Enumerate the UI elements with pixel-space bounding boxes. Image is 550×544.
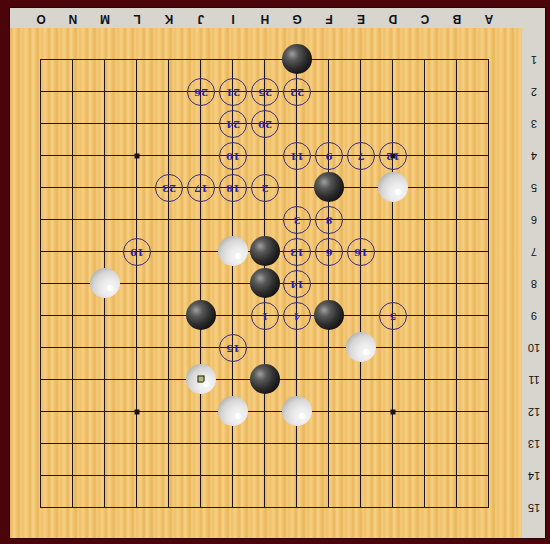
move-circle-7-E4[interactable]: 7 — [347, 142, 375, 170]
column-label-B: B — [453, 12, 462, 26]
black-stone-F5[interactable] — [314, 172, 344, 202]
black-stone-H11[interactable] — [250, 364, 280, 394]
grid-line-horizontal — [40, 59, 489, 60]
row-label-8: 8 — [531, 278, 537, 290]
row-label-13: 13 — [528, 438, 540, 450]
move-circle-4-G9[interactable]: 4 — [283, 302, 311, 330]
move-circle-6-F7[interactable]: 6 — [315, 238, 343, 266]
white-stone-I12[interactable] — [218, 396, 248, 426]
column-label-A: A — [485, 12, 494, 26]
move-circle-23-K5[interactable]: 23 — [155, 174, 183, 202]
last-move-square-marker — [198, 376, 205, 383]
move-circle-8-F6[interactable]: 8 — [315, 206, 343, 234]
move-circle-5-D9[interactable]: 5 — [379, 302, 407, 330]
move-circle-16-E7[interactable]: 16 — [347, 238, 375, 266]
column-label-M: M — [100, 12, 110, 26]
move-circle-15-I10[interactable]: 15 — [219, 334, 247, 362]
move-circle-22-G2[interactable]: 22 — [283, 78, 311, 106]
grid-line-vertical — [72, 59, 73, 508]
black-stone-H8[interactable] — [250, 268, 280, 298]
move-circle-24-I3[interactable]: 24 — [219, 110, 247, 138]
grid-line-horizontal — [40, 155, 489, 156]
column-label-E: E — [357, 12, 365, 26]
move-circle-1-H9[interactable]: 1 — [251, 302, 279, 330]
white-stone-G12[interactable] — [282, 396, 312, 426]
column-label-F: F — [325, 12, 332, 26]
move-circle-19-L7[interactable]: 19 — [123, 238, 151, 266]
white-stone-I7[interactable] — [218, 236, 248, 266]
row-label-11: 11 — [528, 374, 539, 386]
move-circle-13-G7[interactable]: 13 — [283, 238, 311, 266]
grid-line-vertical — [168, 59, 169, 508]
board-client: 1234567891011121314151617181920212223242… — [10, 8, 545, 538]
black-stone-F9[interactable] — [314, 300, 344, 330]
row-label-3: 3 — [531, 118, 537, 130]
white-stone-D5[interactable] — [378, 172, 408, 202]
white-stone-E10[interactable] — [346, 332, 376, 362]
move-circle-18-I5[interactable]: 18 — [219, 174, 247, 202]
column-label-I: I — [231, 12, 234, 26]
screenshot-stage: 1234567891011121314151617181920212223242… — [0, 0, 550, 544]
move-circle-26-J2[interactable]: 26 — [187, 78, 215, 106]
column-label-J: J — [198, 12, 205, 26]
white-stone-J11[interactable] — [186, 364, 216, 394]
column-label-G: G — [292, 12, 301, 26]
move-circle-10-I4[interactable]: 10 — [219, 142, 247, 170]
row-label-6: 6 — [531, 214, 537, 226]
move-circle-17-J5[interactable]: 17 — [187, 174, 215, 202]
row-label-2: 2 — [531, 86, 537, 98]
black-stone-J9[interactable] — [186, 300, 216, 330]
grid-line-vertical — [136, 59, 137, 508]
row-label-12: 12 — [528, 406, 540, 418]
move-circle-2-H5[interactable]: 2 — [251, 174, 279, 202]
goban-board: 1234567891011121314151617181920212223242… — [10, 28, 522, 538]
column-label-H: H — [261, 12, 270, 26]
grid-line-vertical — [200, 59, 201, 508]
column-label-O: O — [36, 12, 45, 26]
move-circle-25-H2[interactable]: 25 — [251, 78, 279, 106]
black-stone-G1[interactable] — [282, 44, 312, 74]
star-point — [135, 410, 140, 415]
row-label-15: 15 — [528, 502, 540, 514]
row-label-14: 14 — [528, 470, 540, 482]
move-circle-12-D4[interactable]: 12 — [379, 142, 407, 170]
row-label-7: 7 — [531, 246, 537, 258]
row-label-5: 5 — [531, 182, 537, 194]
column-label-K: K — [165, 12, 174, 26]
row-label-1: 1 — [531, 54, 537, 66]
move-circle-20-H3[interactable]: 20 — [251, 110, 279, 138]
row-label-10: 10 — [528, 342, 540, 354]
column-label-D: D — [389, 12, 398, 26]
black-stone-H7[interactable] — [250, 236, 280, 266]
star-point — [135, 154, 140, 159]
move-circle-11-G4[interactable]: 11 — [283, 142, 311, 170]
grid-line-horizontal — [40, 219, 489, 220]
column-label-N: N — [69, 12, 78, 26]
row-label-4: 4 — [531, 150, 537, 162]
row-label-9: 9 — [531, 310, 537, 322]
column-label-L: L — [133, 12, 140, 26]
window-frame: 1234567891011121314151617181920212223242… — [0, 0, 550, 544]
move-circle-21-I2[interactable]: 21 — [219, 78, 247, 106]
column-label-C: C — [421, 12, 430, 26]
move-circle-9-F4[interactable]: 9 — [315, 142, 343, 170]
star-point — [391, 410, 396, 415]
move-circle-14-G8[interactable]: 14 — [283, 270, 311, 298]
white-stone-M8[interactable] — [90, 268, 120, 298]
grid-line-vertical — [40, 59, 41, 508]
move-circle-3-G6[interactable]: 3 — [283, 206, 311, 234]
